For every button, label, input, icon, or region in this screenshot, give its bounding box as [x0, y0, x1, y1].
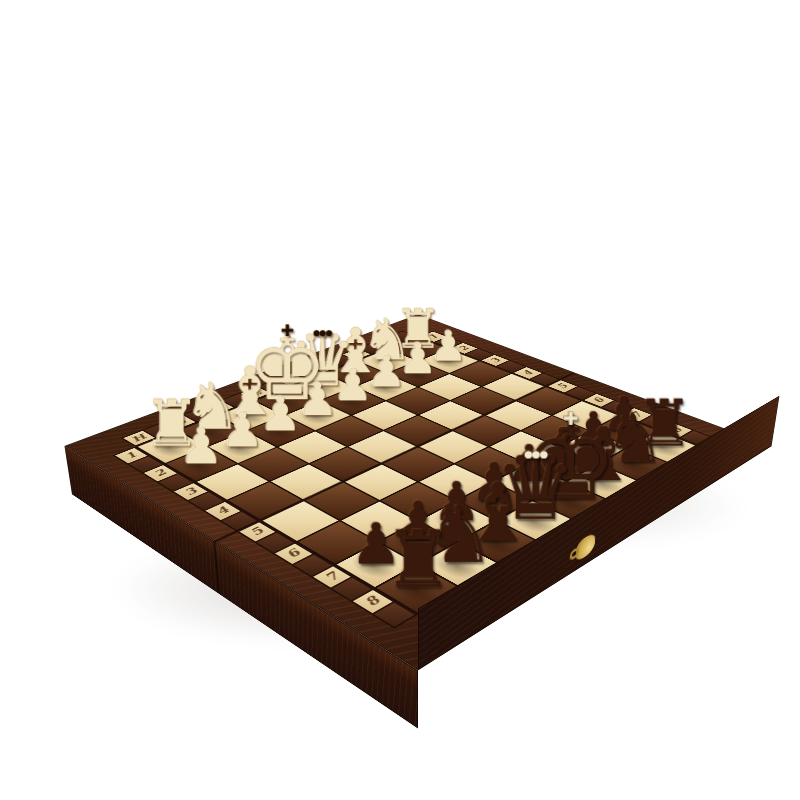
chess-board-3d: 12345678 12345678 ABCDEFGH ABCDEFGH ♜♟♟♜… [64, 314, 771, 670]
piece-white-pawn[interactable]: ♟ [297, 376, 338, 422]
piece-white-pawn[interactable]: ♟ [220, 405, 263, 453]
piece-white-pawn[interactable]: ♟ [179, 421, 223, 470]
brass-clasp-icon [567, 526, 597, 570]
king-cross-icon: ✚ [281, 323, 294, 339]
chess-set-photo: 12345678 12345678 ABCDEFGH ABCDEFGH ♜♟♟♜… [0, 0, 800, 800]
rank-label-text: 5 [246, 526, 268, 538]
piece-white-pawn[interactable]: ♟ [333, 362, 373, 407]
rank-label-text: 6 [282, 547, 305, 560]
piece-white-pawn[interactable]: ♟ [260, 390, 302, 437]
board-perspective-wrap: 12345678 12345678 ABCDEFGH ABCDEFGH ♜♟♟♜… [0, 0, 800, 800]
rank-label-text: 2 [150, 468, 170, 478]
rank-label-text: 5 [553, 382, 572, 390]
fold-seam-side [213, 541, 221, 594]
queen-orbs-icon: ●●● [524, 449, 547, 459]
rank-label-text: 4 [519, 369, 537, 376]
king-cross-icon: ✚ [563, 410, 578, 428]
rank-label-text: 3 [486, 357, 504, 364]
piece-black-rook[interactable]: ♜ [383, 521, 453, 599]
rank-label-text: 7 [320, 570, 344, 584]
rank-label-text: 8 [361, 594, 386, 609]
